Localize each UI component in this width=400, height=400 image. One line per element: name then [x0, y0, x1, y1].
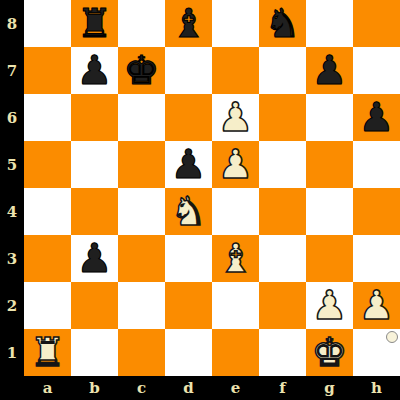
- black-rook: ♜: [77, 3, 113, 43]
- square-c5[interactable]: [118, 141, 165, 188]
- white-king: ♚: [312, 332, 348, 372]
- rank-label-6: 6: [0, 94, 24, 141]
- square-d3[interactable]: [165, 235, 212, 282]
- square-f6[interactable]: [259, 94, 306, 141]
- file-label-f: f: [259, 376, 306, 400]
- square-e4[interactable]: [212, 188, 259, 235]
- square-d2[interactable]: [165, 282, 212, 329]
- square-b7[interactable]: ♟: [71, 47, 118, 94]
- square-b4[interactable]: [71, 188, 118, 235]
- rank-label-8: 8: [0, 0, 24, 47]
- square-d8[interactable]: ♝: [165, 0, 212, 47]
- white-rook: ♜: [30, 332, 66, 372]
- square-h3[interactable]: [353, 235, 400, 282]
- black-pawn: ♟: [312, 50, 348, 90]
- square-b5[interactable]: [71, 141, 118, 188]
- black-pawn: ♟: [77, 238, 113, 278]
- square-h4[interactable]: [353, 188, 400, 235]
- square-g5[interactable]: [306, 141, 353, 188]
- square-e8[interactable]: [212, 0, 259, 47]
- square-g4[interactable]: [306, 188, 353, 235]
- square-f8[interactable]: ♞: [259, 0, 306, 47]
- square-h5[interactable]: [353, 141, 400, 188]
- white-pawn: ♟: [359, 285, 395, 325]
- square-a6[interactable]: [24, 94, 71, 141]
- square-f5[interactable]: [259, 141, 306, 188]
- square-g3[interactable]: [306, 235, 353, 282]
- chessboard-frame: 8 7 6 5 4 3 2 1 ♜♝♞♟♚♟♟♟♟♟♞♟♝♟♟♜♚ a b c …: [0, 0, 400, 400]
- file-labels: a b c d e f g h: [0, 376, 400, 400]
- white-pawn: ♟: [312, 285, 348, 325]
- square-b1[interactable]: [71, 329, 118, 376]
- square-a2[interactable]: [24, 282, 71, 329]
- square-c8[interactable]: [118, 0, 165, 47]
- square-b6[interactable]: [71, 94, 118, 141]
- square-c4[interactable]: [118, 188, 165, 235]
- square-d6[interactable]: [165, 94, 212, 141]
- square-e5[interactable]: ♟: [212, 141, 259, 188]
- square-e2[interactable]: [212, 282, 259, 329]
- square-a3[interactable]: [24, 235, 71, 282]
- white-knight: ♞: [171, 191, 207, 231]
- square-a8[interactable]: [24, 0, 71, 47]
- square-f4[interactable]: [259, 188, 306, 235]
- file-label-c: c: [118, 376, 165, 400]
- black-bishop: ♝: [171, 3, 207, 43]
- square-d7[interactable]: [165, 47, 212, 94]
- square-a4[interactable]: [24, 188, 71, 235]
- corner-spacer: [0, 376, 24, 400]
- rank-label-3: 3: [0, 235, 24, 282]
- white-bishop: ♝: [218, 238, 254, 278]
- square-f7[interactable]: [259, 47, 306, 94]
- file-label-g: g: [306, 376, 353, 400]
- square-c3[interactable]: [118, 235, 165, 282]
- file-label-a: a: [24, 376, 71, 400]
- rank-label-5: 5: [0, 141, 24, 188]
- square-b3[interactable]: ♟: [71, 235, 118, 282]
- square-a1[interactable]: ♜: [24, 329, 71, 376]
- square-d5[interactable]: ♟: [165, 141, 212, 188]
- rank-label-1: 1: [0, 329, 24, 376]
- square-d4[interactable]: ♞: [165, 188, 212, 235]
- square-g1[interactable]: ♚: [306, 329, 353, 376]
- chess-board: ♜♝♞♟♚♟♟♟♟♟♞♟♝♟♟♜♚: [24, 0, 400, 376]
- square-c2[interactable]: [118, 282, 165, 329]
- square-f2[interactable]: [259, 282, 306, 329]
- square-h8[interactable]: [353, 0, 400, 47]
- white-pawn: ♟: [218, 97, 254, 137]
- square-g7[interactable]: ♟: [306, 47, 353, 94]
- square-e1[interactable]: [212, 329, 259, 376]
- black-king: ♚: [124, 50, 160, 90]
- rank-label-4: 4: [0, 188, 24, 235]
- square-b2[interactable]: [71, 282, 118, 329]
- white-to-move-indicator: [386, 331, 398, 343]
- square-g2[interactable]: ♟: [306, 282, 353, 329]
- square-h2[interactable]: ♟: [353, 282, 400, 329]
- square-f1[interactable]: [259, 329, 306, 376]
- white-pawn: ♟: [218, 144, 254, 184]
- file-label-h: h: [353, 376, 400, 400]
- square-e6[interactable]: ♟: [212, 94, 259, 141]
- square-g8[interactable]: [306, 0, 353, 47]
- square-e7[interactable]: [212, 47, 259, 94]
- file-label-e: e: [212, 376, 259, 400]
- square-e3[interactable]: ♝: [212, 235, 259, 282]
- rank-label-2: 2: [0, 282, 24, 329]
- square-c1[interactable]: [118, 329, 165, 376]
- black-pawn: ♟: [77, 50, 113, 90]
- square-c7[interactable]: ♚: [118, 47, 165, 94]
- rank-label-7: 7: [0, 47, 24, 94]
- square-h6[interactable]: ♟: [353, 94, 400, 141]
- file-label-d: d: [165, 376, 212, 400]
- square-h7[interactable]: [353, 47, 400, 94]
- black-knight: ♞: [265, 3, 301, 43]
- square-d1[interactable]: [165, 329, 212, 376]
- black-pawn: ♟: [171, 144, 207, 184]
- square-g6[interactable]: [306, 94, 353, 141]
- square-b8[interactable]: ♜: [71, 0, 118, 47]
- square-a7[interactable]: [24, 47, 71, 94]
- square-f3[interactable]: [259, 235, 306, 282]
- file-label-b: b: [71, 376, 118, 400]
- black-pawn: ♟: [359, 97, 395, 137]
- rank-labels: 8 7 6 5 4 3 2 1: [0, 0, 24, 376]
- square-c6[interactable]: [118, 94, 165, 141]
- square-a5[interactable]: [24, 141, 71, 188]
